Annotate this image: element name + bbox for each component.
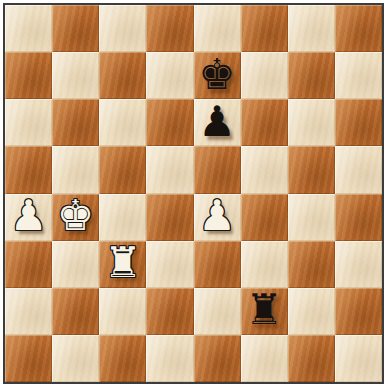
square-c1[interactable]: [99, 335, 146, 382]
square-f1[interactable]: [241, 335, 288, 382]
square-e8[interactable]: [194, 5, 241, 52]
square-b5[interactable]: [52, 146, 99, 193]
white-king-icon[interactable]: ♚: [57, 195, 95, 237]
square-b2[interactable]: [52, 288, 99, 335]
square-e5[interactable]: [194, 146, 241, 193]
square-b1[interactable]: [52, 335, 99, 382]
square-a1[interactable]: [5, 335, 52, 382]
square-b8[interactable]: [52, 5, 99, 52]
square-f4[interactable]: [241, 194, 288, 241]
square-a4[interactable]: ♟: [5, 194, 52, 241]
square-e6[interactable]: ♟: [194, 99, 241, 146]
square-b4[interactable]: ♚: [52, 194, 99, 241]
square-c2[interactable]: [99, 288, 146, 335]
square-f7[interactable]: [241, 52, 288, 99]
square-c4[interactable]: [99, 194, 146, 241]
square-d2[interactable]: [146, 288, 193, 335]
square-g5[interactable]: [288, 146, 335, 193]
square-h3[interactable]: [335, 241, 382, 288]
white-rook-icon[interactable]: ♜: [104, 242, 142, 284]
square-d7[interactable]: [146, 52, 193, 99]
square-b7[interactable]: [52, 52, 99, 99]
square-h5[interactable]: [335, 146, 382, 193]
black-rook-icon[interactable]: ♜: [245, 289, 283, 331]
square-f3[interactable]: [241, 241, 288, 288]
square-h2[interactable]: [335, 288, 382, 335]
square-d1[interactable]: [146, 335, 193, 382]
white-pawn-icon[interactable]: ♟: [10, 195, 48, 237]
square-g3[interactable]: [288, 241, 335, 288]
square-f5[interactable]: [241, 146, 288, 193]
white-pawn-icon[interactable]: ♟: [198, 195, 236, 237]
square-e2[interactable]: [194, 288, 241, 335]
square-a8[interactable]: [5, 5, 52, 52]
square-c8[interactable]: [99, 5, 146, 52]
square-d6[interactable]: [146, 99, 193, 146]
square-h7[interactable]: [335, 52, 382, 99]
square-a3[interactable]: [5, 241, 52, 288]
square-c3[interactable]: ♜: [99, 241, 146, 288]
square-d8[interactable]: [146, 5, 193, 52]
square-f2[interactable]: ♜: [241, 288, 288, 335]
square-d3[interactable]: [146, 241, 193, 288]
square-a5[interactable]: [5, 146, 52, 193]
black-pawn-icon[interactable]: ♟: [198, 101, 236, 143]
square-g7[interactable]: [288, 52, 335, 99]
square-h1[interactable]: [335, 335, 382, 382]
square-e1[interactable]: [194, 335, 241, 382]
square-e3[interactable]: [194, 241, 241, 288]
square-a7[interactable]: [5, 52, 52, 99]
chess-board: ♚♟♟♚♟♜♜: [3, 3, 384, 384]
square-a6[interactable]: [5, 99, 52, 146]
square-d4[interactable]: [146, 194, 193, 241]
square-c7[interactable]: [99, 52, 146, 99]
square-a2[interactable]: [5, 288, 52, 335]
square-e4[interactable]: ♟: [194, 194, 241, 241]
square-g4[interactable]: [288, 194, 335, 241]
square-e7[interactable]: ♚: [194, 52, 241, 99]
square-g8[interactable]: [288, 5, 335, 52]
square-h8[interactable]: [335, 5, 382, 52]
square-h6[interactable]: [335, 99, 382, 146]
square-b3[interactable]: [52, 241, 99, 288]
square-h4[interactable]: [335, 194, 382, 241]
square-c5[interactable]: [99, 146, 146, 193]
square-g2[interactable]: [288, 288, 335, 335]
square-c6[interactable]: [99, 99, 146, 146]
black-king-icon[interactable]: ♚: [198, 54, 236, 96]
square-d5[interactable]: [146, 146, 193, 193]
square-g1[interactable]: [288, 335, 335, 382]
square-b6[interactable]: [52, 99, 99, 146]
square-f6[interactable]: [241, 99, 288, 146]
square-g6[interactable]: [288, 99, 335, 146]
chess-diagram: ♚♟♟♚♟♜♜: [0, 0, 387, 387]
square-f8[interactable]: [241, 5, 288, 52]
